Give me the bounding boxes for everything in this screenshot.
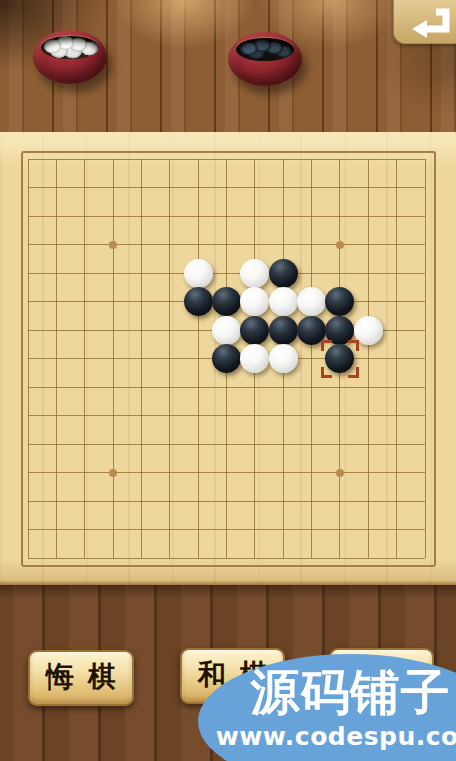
white-stones-in-bowl [41,36,99,59]
black-stone-bowl [228,32,302,86]
grid-line-horizontal [28,529,425,530]
white-stone [297,287,326,316]
white-stone [269,287,298,316]
undo-move-button[interactable]: 悔棋 [28,650,134,706]
black-stone [240,316,269,345]
white-stone [240,344,269,373]
watermark-url: www.codespu.com [198,722,456,751]
black-stones-in-bowl [236,38,294,61]
black-stone [269,259,298,288]
watermark-badge: 源码铺子 www.codespu.com [198,654,456,761]
grid-line-horizontal [28,558,425,559]
black-stone [212,344,241,373]
return-icon [406,5,454,41]
white-stone [212,316,241,345]
grid-line-horizontal [28,444,425,445]
star-point [336,241,344,249]
grid-line-vertical [396,159,397,558]
grid-line-horizontal [28,415,425,416]
star-point [336,469,344,477]
grid-line-horizontal [28,501,425,502]
white-stone [184,259,213,288]
watermark-title: 源码铺子 [198,666,456,720]
black-stone [184,287,213,316]
grid-line-horizontal [28,387,425,388]
black-stone [212,287,241,316]
game-screen: 悔棋 和棋 认输 源码铺子 www.codespu.com [0,0,456,761]
white-stone [240,287,269,316]
grid-line-vertical [425,159,426,558]
back-button[interactable] [393,0,456,44]
grid-line-horizontal [28,472,425,473]
black-stone [325,287,354,316]
grid-line-vertical [368,159,369,558]
white-stone [240,259,269,288]
last-move-marker [321,340,359,378]
white-stone [269,344,298,373]
star-point [109,469,117,477]
white-stone-bowl [33,30,107,84]
star-point [109,241,117,249]
grid-line-vertical [311,159,312,558]
black-stone [269,316,298,345]
